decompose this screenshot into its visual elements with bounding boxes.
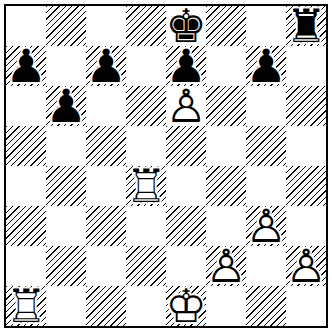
- square-d8[interactable]: [126, 6, 166, 46]
- piece-outline-layer: ♖: [6, 286, 46, 326]
- square-c7[interactable]: ♟: [86, 46, 126, 86]
- square-a6[interactable]: [6, 86, 46, 126]
- black-pawn[interactable]: ♟: [46, 86, 86, 126]
- piece-glyph: ♟: [246, 46, 286, 86]
- square-f7[interactable]: [206, 46, 246, 86]
- square-b1[interactable]: [46, 286, 86, 326]
- square-c2[interactable]: [86, 246, 126, 286]
- square-h8[interactable]: ♜: [286, 6, 326, 46]
- square-d6[interactable]: [126, 86, 166, 126]
- square-b5[interactable]: [46, 126, 86, 166]
- square-c5[interactable]: [86, 126, 126, 166]
- square-d2[interactable]: [126, 246, 166, 286]
- piece-outline-layer: ♙: [206, 246, 246, 286]
- white-pawn[interactable]: ♟♙: [246, 206, 286, 246]
- square-b2[interactable]: [46, 246, 86, 286]
- square-h6[interactable]: [286, 86, 326, 126]
- square-e4[interactable]: [166, 166, 206, 206]
- black-pawn[interactable]: ♟: [6, 46, 46, 86]
- piece-glyph: ♟: [86, 46, 126, 86]
- square-b3[interactable]: [46, 206, 86, 246]
- square-d3[interactable]: [126, 206, 166, 246]
- square-f6[interactable]: [206, 86, 246, 126]
- square-b6[interactable]: ♟: [46, 86, 86, 126]
- piece-glyph: ♜: [286, 6, 326, 46]
- piece-outline-layer: ♖: [126, 166, 166, 206]
- square-f4[interactable]: [206, 166, 246, 206]
- square-g5[interactable]: [246, 126, 286, 166]
- square-a3[interactable]: [6, 206, 46, 246]
- square-h5[interactable]: [286, 126, 326, 166]
- square-h4[interactable]: [286, 166, 326, 206]
- square-c4[interactable]: [86, 166, 126, 206]
- square-f8[interactable]: [206, 6, 246, 46]
- square-c6[interactable]: [86, 86, 126, 126]
- square-e1[interactable]: ♚♔: [166, 286, 206, 326]
- square-e6[interactable]: ♟♙: [166, 86, 206, 126]
- black-pawn[interactable]: ♟: [86, 46, 126, 86]
- square-g7[interactable]: ♟: [246, 46, 286, 86]
- square-c3[interactable]: [86, 206, 126, 246]
- piece-outline-layer: ♙: [286, 246, 326, 286]
- square-c1[interactable]: [86, 286, 126, 326]
- square-e3[interactable]: [166, 206, 206, 246]
- chess-board: ♚♜♟♟♟♟♟♟♙♜♖♟♙♟♙♟♙♜♖♚♔: [4, 4, 328, 328]
- square-g3[interactable]: ♟♙: [246, 206, 286, 246]
- piece-outline-layer: ♔: [166, 286, 206, 326]
- piece-outline-layer: ♙: [166, 86, 206, 126]
- white-king[interactable]: ♚♔: [166, 286, 206, 326]
- square-g1[interactable]: [246, 286, 286, 326]
- white-rook[interactable]: ♜♖: [6, 286, 46, 326]
- square-a1[interactable]: ♜♖: [6, 286, 46, 326]
- square-g6[interactable]: [246, 86, 286, 126]
- square-f2[interactable]: ♟♙: [206, 246, 246, 286]
- square-g2[interactable]: [246, 246, 286, 286]
- black-pawn[interactable]: ♟: [246, 46, 286, 86]
- square-b8[interactable]: [46, 6, 86, 46]
- black-rook[interactable]: ♜: [286, 6, 326, 46]
- white-rook[interactable]: ♜♖: [126, 166, 166, 206]
- square-f1[interactable]: [206, 286, 246, 326]
- square-d7[interactable]: [126, 46, 166, 86]
- piece-glyph: ♟: [6, 46, 46, 86]
- square-a4[interactable]: [6, 166, 46, 206]
- white-pawn[interactable]: ♟♙: [286, 246, 326, 286]
- square-a7[interactable]: ♟: [6, 46, 46, 86]
- white-pawn[interactable]: ♟♙: [206, 246, 246, 286]
- piece-outline-layer: ♙: [246, 206, 286, 246]
- square-f5[interactable]: [206, 126, 246, 166]
- white-pawn[interactable]: ♟♙: [166, 86, 206, 126]
- chess-diagram-page: ♚♜♟♟♟♟♟♟♙♜♖♟♙♟♙♟♙♜♖♚♔: [0, 0, 332, 332]
- square-e5[interactable]: [166, 126, 206, 166]
- square-b4[interactable]: [46, 166, 86, 206]
- square-d1[interactable]: [126, 286, 166, 326]
- square-a5[interactable]: [6, 126, 46, 166]
- square-h7[interactable]: [286, 46, 326, 86]
- square-h1[interactable]: [286, 286, 326, 326]
- piece-glyph: ♟: [46, 86, 86, 126]
- square-h2[interactable]: ♟♙: [286, 246, 326, 286]
- square-d4[interactable]: ♜♖: [126, 166, 166, 206]
